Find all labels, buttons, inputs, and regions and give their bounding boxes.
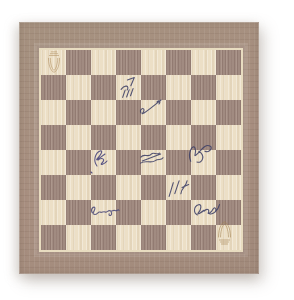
square-b4 xyxy=(66,150,91,175)
square-h4 xyxy=(216,150,241,175)
square-c3 xyxy=(91,175,116,200)
square-g4 xyxy=(191,150,216,175)
square-g8 xyxy=(191,50,216,75)
square-g1 xyxy=(191,225,216,250)
square-g2 xyxy=(191,200,216,225)
square-g5 xyxy=(191,125,216,150)
square-b3 xyxy=(66,175,91,200)
square-e5 xyxy=(141,125,166,150)
square-h8 xyxy=(216,50,241,75)
square-h2 xyxy=(216,200,241,225)
square-c1 xyxy=(91,225,116,250)
square-c8 xyxy=(91,50,116,75)
square-b8 xyxy=(66,50,91,75)
square-a8 xyxy=(41,50,66,75)
square-b7 xyxy=(66,75,91,100)
square-a4 xyxy=(41,150,66,175)
square-f4 xyxy=(166,150,191,175)
board-field xyxy=(39,48,243,252)
square-h6 xyxy=(216,100,241,125)
square-b1 xyxy=(66,225,91,250)
square-g3 xyxy=(191,175,216,200)
square-c5 xyxy=(91,125,116,150)
square-e2 xyxy=(141,200,166,225)
square-a7 xyxy=(41,75,66,100)
square-f6 xyxy=(166,100,191,125)
square-c7 xyxy=(91,75,116,100)
square-h3 xyxy=(216,175,241,200)
board-frame xyxy=(19,22,259,274)
square-h1 xyxy=(216,225,241,250)
square-c4 xyxy=(91,150,116,175)
square-d2 xyxy=(116,200,141,225)
square-d4 xyxy=(116,150,141,175)
square-g6 xyxy=(191,100,216,125)
square-f1 xyxy=(166,225,191,250)
board-photo xyxy=(0,0,294,300)
square-f3 xyxy=(166,175,191,200)
square-d6 xyxy=(116,100,141,125)
square-e8 xyxy=(141,50,166,75)
square-a1 xyxy=(41,225,66,250)
square-c6 xyxy=(91,100,116,125)
square-d8 xyxy=(116,50,141,75)
square-e1 xyxy=(141,225,166,250)
square-b5 xyxy=(66,125,91,150)
square-a5 xyxy=(41,125,66,150)
square-e6 xyxy=(141,100,166,125)
square-a6 xyxy=(41,100,66,125)
square-d7 xyxy=(116,75,141,100)
square-d1 xyxy=(116,225,141,250)
square-h7 xyxy=(216,75,241,100)
square-h5 xyxy=(216,125,241,150)
square-f5 xyxy=(166,125,191,150)
square-b2 xyxy=(66,200,91,225)
square-g7 xyxy=(191,75,216,100)
square-e3 xyxy=(141,175,166,200)
square-a3 xyxy=(41,175,66,200)
square-e4 xyxy=(141,150,166,175)
square-a2 xyxy=(41,200,66,225)
square-f7 xyxy=(166,75,191,100)
square-d5 xyxy=(116,125,141,150)
square-f8 xyxy=(166,50,191,75)
square-c2 xyxy=(91,200,116,225)
square-d3 xyxy=(116,175,141,200)
square-f2 xyxy=(166,200,191,225)
square-b6 xyxy=(66,100,91,125)
square-e7 xyxy=(141,75,166,100)
